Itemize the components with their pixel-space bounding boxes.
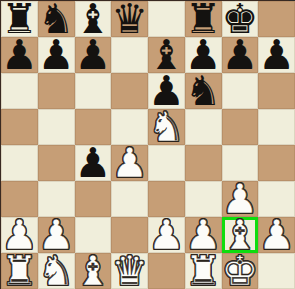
square-d7[interactable] — [111, 37, 148, 73]
white-knight[interactable]: ♞ — [148, 109, 185, 145]
square-a4[interactable] — [1, 145, 38, 181]
square-e5[interactable]: ♞ — [148, 109, 185, 145]
square-b5[interactable] — [38, 109, 75, 145]
square-f4[interactable] — [185, 145, 222, 181]
square-h4[interactable] — [258, 145, 295, 181]
white-king[interactable]: ♚ — [222, 253, 259, 289]
square-c1[interactable]: ♝ — [75, 253, 112, 289]
square-h6[interactable] — [258, 73, 295, 109]
white-bishop[interactable]: ♝ — [75, 253, 112, 289]
square-c7[interactable]: ♟ — [75, 37, 112, 73]
chess-board: ♜♞♝♛♜♚♟♟♟♝♟♟♟♟♞♞♟♟♟♟♟♟♟♝♟♜♞♝♛♜♚ — [0, 0, 289, 289]
square-c4[interactable]: ♟ — [75, 145, 112, 181]
black-pawn[interactable]: ♟ — [222, 37, 259, 73]
square-b6[interactable] — [38, 73, 75, 109]
square-g6[interactable] — [222, 73, 259, 109]
black-pawn[interactable]: ♟ — [75, 145, 112, 181]
square-d1[interactable]: ♛ — [111, 253, 148, 289]
square-c6[interactable] — [75, 73, 112, 109]
black-knight[interactable]: ♞ — [185, 73, 222, 109]
white-pawn[interactable]: ♟ — [258, 217, 295, 253]
square-h5[interactable] — [258, 109, 295, 145]
square-b4[interactable] — [38, 145, 75, 181]
black-pawn[interactable]: ♟ — [75, 37, 112, 73]
white-knight[interactable]: ♞ — [38, 253, 75, 289]
square-h1[interactable] — [258, 253, 295, 289]
black-pawn[interactable]: ♟ — [258, 37, 295, 73]
square-d3[interactable] — [111, 181, 148, 217]
square-h2[interactable]: ♟ — [258, 217, 295, 253]
square-a7[interactable]: ♟ — [1, 37, 38, 73]
square-c3[interactable] — [75, 181, 112, 217]
square-d4[interactable]: ♟ — [111, 145, 148, 181]
square-e1[interactable] — [148, 253, 185, 289]
white-rook[interactable]: ♜ — [185, 253, 222, 289]
square-d8[interactable]: ♛ — [111, 1, 148, 37]
square-g5[interactable] — [222, 109, 259, 145]
square-g1[interactable]: ♚ — [222, 253, 259, 289]
square-d6[interactable] — [111, 73, 148, 109]
white-queen[interactable]: ♛ — [111, 253, 148, 289]
white-pawn[interactable]: ♟ — [111, 145, 148, 181]
chess-app: ♜♞♝♛♜♚♟♟♟♝♟♟♟♟♞♞♟♟♟♟♟♟♟♝♟♜♞♝♛♜♚ — [0, 0, 289, 289]
black-queen[interactable]: ♛ — [111, 1, 148, 37]
square-f1[interactable]: ♜ — [185, 253, 222, 289]
black-pawn[interactable]: ♟ — [1, 37, 38, 73]
square-f5[interactable] — [185, 109, 222, 145]
white-pawn[interactable]: ♟ — [148, 217, 185, 253]
square-e2[interactable]: ♟ — [148, 217, 185, 253]
square-g7[interactable]: ♟ — [222, 37, 259, 73]
square-a1[interactable]: ♜ — [1, 253, 38, 289]
square-b1[interactable]: ♞ — [38, 253, 75, 289]
square-b7[interactable]: ♟ — [38, 37, 75, 73]
black-pawn[interactable]: ♟ — [38, 37, 75, 73]
square-a5[interactable] — [1, 109, 38, 145]
square-h7[interactable]: ♟ — [258, 37, 295, 73]
square-a6[interactable] — [1, 73, 38, 109]
square-f6[interactable]: ♞ — [185, 73, 222, 109]
square-e4[interactable] — [148, 145, 185, 181]
white-rook[interactable]: ♜ — [1, 253, 38, 289]
